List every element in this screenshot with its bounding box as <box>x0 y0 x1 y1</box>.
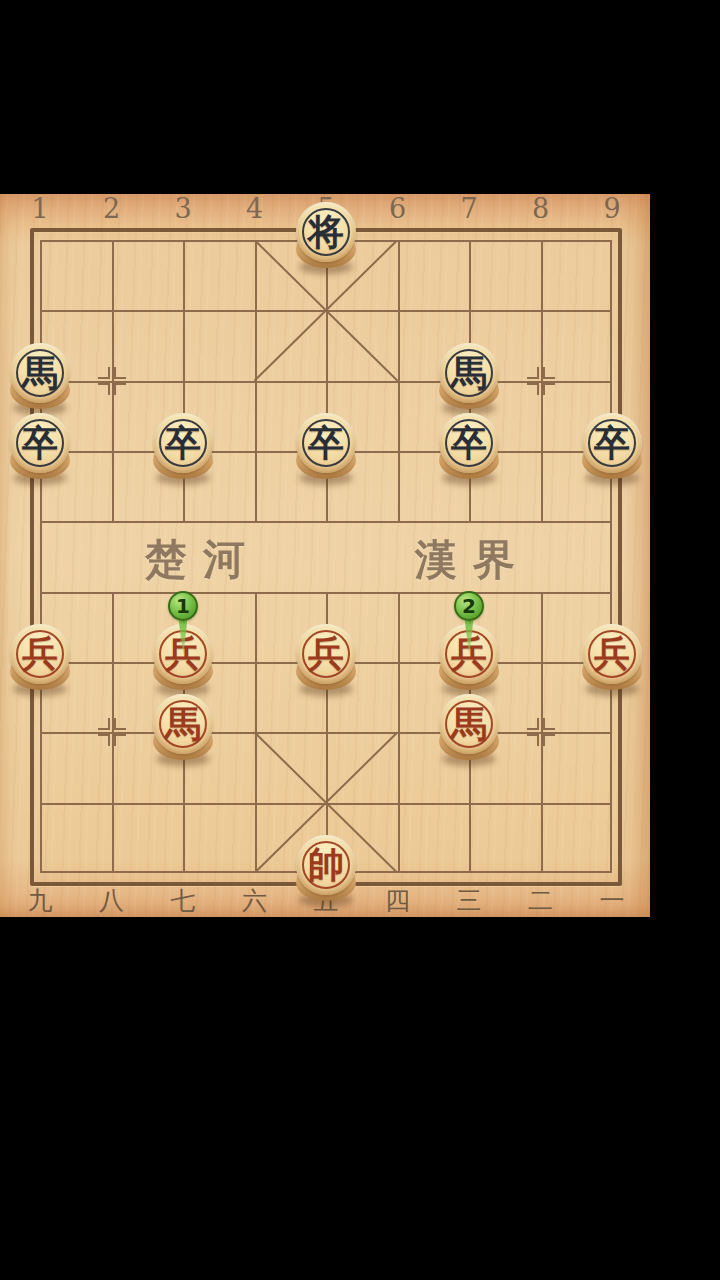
grid-cell <box>183 803 255 873</box>
star-bracket <box>543 383 555 395</box>
piece-black-horse[interactable]: 馬 <box>437 343 501 421</box>
piece-face: 兵 <box>10 624 70 684</box>
piece-face: 卒 <box>582 413 642 473</box>
star-bracket <box>527 718 539 730</box>
star-bracket <box>543 718 555 730</box>
star-point <box>526 717 556 747</box>
file-label-top: 7 <box>447 194 491 224</box>
grid-cell <box>398 240 470 310</box>
file-label-bottom: 一 <box>590 886 634 916</box>
piece-red-horse[interactable]: 馬 <box>437 694 501 772</box>
grid-cell <box>255 310 327 380</box>
grid-cell <box>541 240 613 310</box>
star-bracket <box>114 383 126 395</box>
file-label-top: 2 <box>90 194 134 224</box>
star-bracket <box>114 367 126 379</box>
star-point <box>97 366 127 396</box>
piece-face: 馬 <box>10 343 70 403</box>
file-label-bottom: 三 <box>447 886 491 916</box>
piece-red-general[interactable]: 帥 <box>294 835 358 913</box>
grid-cell <box>112 240 184 310</box>
piece-glyph: 帥 <box>308 847 344 883</box>
star-bracket <box>98 383 110 395</box>
piece-glyph: 兵 <box>22 636 58 672</box>
piece-face: 馬 <box>153 694 213 754</box>
grid-cell <box>40 240 112 310</box>
piece-black-soldier[interactable]: 卒 <box>151 413 215 491</box>
piece-glyph: 卒 <box>165 425 201 461</box>
piece-face: 卒 <box>296 413 356 473</box>
piece-face: 馬 <box>439 343 499 403</box>
star-bracket <box>98 718 110 730</box>
file-label-top: 9 <box>590 194 634 224</box>
grid-cell <box>469 240 541 310</box>
grid-cell <box>183 240 255 310</box>
file-label-bottom: 八 <box>90 886 134 916</box>
grid-cell <box>326 310 398 380</box>
river-label-chuhe: 楚河 <box>100 534 290 586</box>
file-label-bottom: 六 <box>233 886 277 916</box>
grid-cell <box>398 803 470 873</box>
piece-black-general[interactable]: 将 <box>294 202 358 280</box>
file-label-top: 4 <box>233 194 277 224</box>
file-label-top: 6 <box>376 194 420 224</box>
piece-face: 卒 <box>439 413 499 473</box>
file-label-bottom: 七 <box>161 886 205 916</box>
piece-glyph: 卒 <box>308 425 344 461</box>
star-bracket <box>114 718 126 730</box>
star-bracket <box>543 367 555 379</box>
piece-black-horse[interactable]: 馬 <box>8 343 72 421</box>
river-label-hanjie: 漢界 <box>370 534 560 586</box>
star-bracket <box>98 734 110 746</box>
piece-glyph: 卒 <box>594 425 630 461</box>
move-hint-marker-1[interactable]: 1 <box>168 591 198 621</box>
piece-glyph: 卒 <box>451 425 487 461</box>
file-label-top: 1 <box>18 194 62 224</box>
star-bracket <box>543 734 555 746</box>
grid-cell <box>541 803 613 873</box>
piece-glyph: 将 <box>308 214 344 250</box>
piece-glyph: 馬 <box>165 706 201 742</box>
piece-face: 帥 <box>296 835 356 895</box>
file-label-bottom: 四 <box>376 886 420 916</box>
grid-cell <box>469 803 541 873</box>
star-bracket <box>527 734 539 746</box>
star-bracket <box>527 383 539 395</box>
grid-cell <box>40 803 112 873</box>
piece-black-soldier[interactable]: 卒 <box>437 413 501 491</box>
file-label-top: 8 <box>519 194 563 224</box>
piece-black-soldier[interactable]: 卒 <box>294 413 358 491</box>
file-label-top: 3 <box>161 194 205 224</box>
piece-red-soldier[interactable]: 兵 <box>8 624 72 702</box>
piece-glyph: 兵 <box>308 636 344 672</box>
piece-face: 卒 <box>153 413 213 473</box>
grid-cell <box>255 732 327 802</box>
piece-face: 兵 <box>296 624 356 684</box>
piece-black-soldier[interactable]: 卒 <box>580 413 644 491</box>
grid-cell <box>326 732 398 802</box>
piece-black-soldier[interactable]: 卒 <box>8 413 72 491</box>
star-bracket <box>114 734 126 746</box>
star-point <box>526 366 556 396</box>
star-bracket <box>527 367 539 379</box>
file-label-bottom: 二 <box>519 886 563 916</box>
piece-red-soldier[interactable]: 兵 <box>294 624 358 702</box>
piece-red-horse[interactable]: 馬 <box>151 694 215 772</box>
piece-glyph: 馬 <box>22 355 58 391</box>
piece-face: 兵 <box>582 624 642 684</box>
piece-face: 将 <box>296 202 356 262</box>
piece-red-soldier[interactable]: 兵 <box>580 624 644 702</box>
piece-glyph: 馬 <box>451 706 487 742</box>
star-bracket <box>98 367 110 379</box>
piece-glyph: 卒 <box>22 425 58 461</box>
move-hint-marker-2[interactable]: 2 <box>454 591 484 621</box>
grid-cell <box>112 803 184 873</box>
piece-face: 馬 <box>439 694 499 754</box>
xiangqi-board[interactable]: 123456789 楚河 漢界 九八七六五四三二一 将馬馬卒卒卒卒卒兵兵兵兵兵馬… <box>0 194 650 917</box>
piece-glyph: 馬 <box>451 355 487 391</box>
grid-cell <box>183 310 255 380</box>
file-label-bottom: 九 <box>18 886 62 916</box>
star-point <box>97 717 127 747</box>
piece-glyph: 兵 <box>594 636 630 672</box>
piece-face: 卒 <box>10 413 70 473</box>
